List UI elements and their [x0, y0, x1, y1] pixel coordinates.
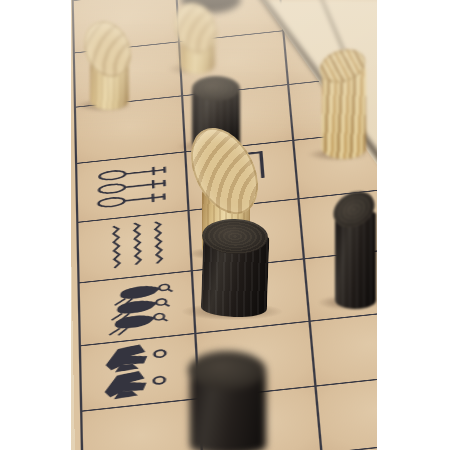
white-margin-right: [377, 0, 450, 450]
white-margin-left: [0, 0, 71, 450]
dark-near-td: [188, 351, 266, 390]
senet-photo: [0, 0, 450, 450]
